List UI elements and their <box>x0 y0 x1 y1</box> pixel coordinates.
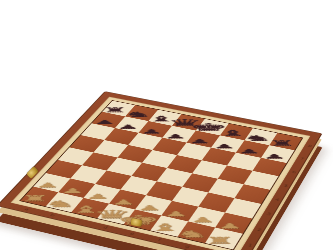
square-b2: ♟ <box>58 178 95 197</box>
square-f3 <box>172 187 208 207</box>
white-pawn: ♟ <box>163 210 188 217</box>
white-pawn: ♟ <box>190 216 215 223</box>
square-g2: ♟ <box>188 207 225 228</box>
square-c2: ♟ <box>83 184 120 204</box>
square-g3 <box>198 192 234 212</box>
chess-board: ♜♞♝♛♚♝♞♜♟♟♟♟♟♟♟♟♟♟♟♟♟♟♟♟♜♞♝♛♚♝♞♜ abcdefg… <box>0 91 322 250</box>
white-pawn: ♟ <box>111 199 136 206</box>
white-bishop: ♝ <box>68 204 103 214</box>
white-pawn: ♟ <box>85 193 110 200</box>
white-queen: ♛ <box>91 209 132 221</box>
white-rook: ♜ <box>204 236 236 245</box>
square-f2: ♟ <box>161 201 198 222</box>
white-rook: ♜ <box>19 194 50 203</box>
photo-scene: ♜♞♝♛♚♝♞♜♟♟♟♟♟♟♟♟♟♟♟♟♟♟♟♟♜♞♝♛♚♝♞♜ abcdefg… <box>0 0 333 250</box>
square-d3 <box>120 176 156 195</box>
white-knight: ♞ <box>175 229 208 239</box>
square-g5 <box>218 165 253 184</box>
white-pawn: ♟ <box>35 182 60 189</box>
square-a2: ♟ <box>33 173 70 192</box>
square-g4 <box>208 179 243 198</box>
square-d2: ♟ <box>109 190 146 210</box>
square-b3 <box>70 165 106 184</box>
square-c3 <box>95 171 131 190</box>
white-knight: ♞ <box>43 199 76 208</box>
white-bishop: ♝ <box>147 222 182 232</box>
white-pawn: ♟ <box>217 222 243 229</box>
